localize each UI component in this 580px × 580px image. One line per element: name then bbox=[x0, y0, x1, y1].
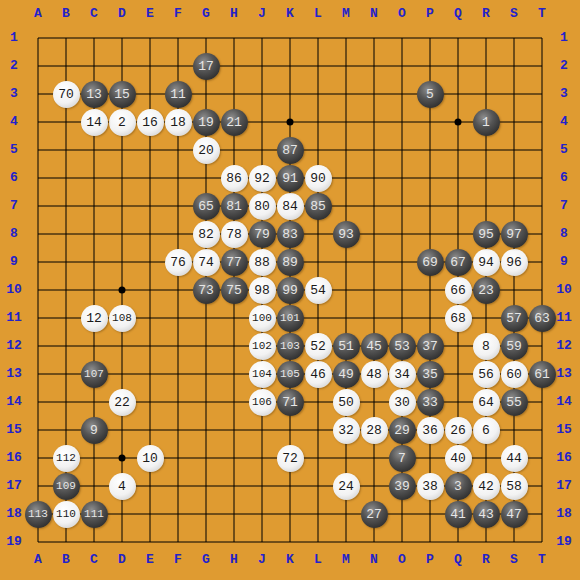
move-number: 16 bbox=[142, 109, 158, 136]
stone-white-C4: 14 bbox=[81, 109, 108, 136]
move-number: 88 bbox=[254, 249, 270, 276]
stone-white-G9: 74 bbox=[193, 249, 220, 276]
move-number: 49 bbox=[338, 361, 354, 388]
move-number: 12 bbox=[86, 305, 102, 332]
stone-black-P14: 33 bbox=[417, 389, 444, 416]
move-number: 44 bbox=[506, 445, 522, 472]
stone-white-D14: 22 bbox=[109, 389, 136, 416]
move-number: 14 bbox=[86, 109, 102, 136]
stone-white-J14: 106 bbox=[249, 389, 276, 416]
move-number: 68 bbox=[450, 305, 466, 332]
stone-black-A18: 113 bbox=[25, 501, 52, 528]
move-number: 4 bbox=[118, 473, 126, 500]
stone-black-K9: 89 bbox=[277, 249, 304, 276]
move-number: 50 bbox=[338, 389, 354, 416]
move-number: 97 bbox=[506, 221, 522, 248]
col-label-H: H bbox=[220, 6, 248, 22]
move-number: 102 bbox=[252, 333, 272, 360]
move-number: 34 bbox=[394, 361, 410, 388]
stone-white-K16: 72 bbox=[277, 445, 304, 472]
stone-white-K7: 84 bbox=[277, 193, 304, 220]
move-number: 26 bbox=[450, 417, 466, 444]
stone-black-N12: 45 bbox=[361, 333, 388, 360]
stone-white-J13: 104 bbox=[249, 361, 276, 388]
move-number: 64 bbox=[478, 389, 494, 416]
move-number: 59 bbox=[506, 333, 522, 360]
col-label-S: S bbox=[500, 6, 528, 22]
stone-black-R4: 1 bbox=[473, 109, 500, 136]
move-number: 108 bbox=[112, 305, 132, 332]
move-number: 75 bbox=[226, 277, 242, 304]
stone-black-K10: 99 bbox=[277, 277, 304, 304]
stone-black-P3: 5 bbox=[417, 81, 444, 108]
move-number: 51 bbox=[338, 333, 354, 360]
col-label-B: B bbox=[52, 6, 80, 22]
move-number: 104 bbox=[252, 361, 272, 388]
stone-black-K8: 83 bbox=[277, 221, 304, 248]
stone-white-B18: 110 bbox=[53, 501, 80, 528]
move-number: 105 bbox=[280, 361, 300, 388]
col-label-K: K bbox=[276, 6, 304, 22]
stone-black-H9: 77 bbox=[221, 249, 248, 276]
move-number: 2 bbox=[118, 109, 126, 136]
stone-black-P13: 35 bbox=[417, 361, 444, 388]
stone-black-G2: 17 bbox=[193, 53, 220, 80]
stone-white-R17: 42 bbox=[473, 473, 500, 500]
stone-white-R12: 8 bbox=[473, 333, 500, 360]
move-number: 99 bbox=[282, 277, 298, 304]
move-number: 79 bbox=[254, 221, 270, 248]
move-number: 74 bbox=[198, 249, 214, 276]
stone-white-R9: 94 bbox=[473, 249, 500, 276]
stone-white-O14: 30 bbox=[389, 389, 416, 416]
stone-white-R15: 6 bbox=[473, 417, 500, 444]
stone-black-H10: 75 bbox=[221, 277, 248, 304]
stone-white-Q16: 40 bbox=[445, 445, 472, 472]
stone-white-J11: 100 bbox=[249, 305, 276, 332]
move-number: 110 bbox=[56, 501, 76, 528]
stone-black-S18: 47 bbox=[501, 501, 528, 528]
move-number: 76 bbox=[170, 249, 186, 276]
move-number: 80 bbox=[254, 193, 270, 220]
stone-black-Q9: 67 bbox=[445, 249, 472, 276]
stone-black-Q18: 41 bbox=[445, 501, 472, 528]
stone-black-S8: 97 bbox=[501, 221, 528, 248]
stone-black-B17: 109 bbox=[53, 473, 80, 500]
col-label-R: R bbox=[472, 6, 500, 22]
move-number: 84 bbox=[282, 193, 298, 220]
move-number: 61 bbox=[534, 361, 550, 388]
move-number: 85 bbox=[310, 193, 326, 220]
col-label-P: P bbox=[416, 6, 444, 22]
stone-white-R13: 56 bbox=[473, 361, 500, 388]
move-number: 20 bbox=[198, 137, 214, 164]
stone-black-J8: 79 bbox=[249, 221, 276, 248]
move-number: 66 bbox=[450, 277, 466, 304]
stone-black-G10: 73 bbox=[193, 277, 220, 304]
move-number: 95 bbox=[478, 221, 494, 248]
stone-white-J10: 98 bbox=[249, 277, 276, 304]
stone-white-J7: 80 bbox=[249, 193, 276, 220]
move-number: 81 bbox=[226, 193, 242, 220]
move-number: 109 bbox=[56, 473, 76, 500]
stone-white-L6: 90 bbox=[305, 165, 332, 192]
col-label-L: L bbox=[304, 6, 332, 22]
stone-white-B3: 70 bbox=[53, 81, 80, 108]
move-number: 53 bbox=[394, 333, 410, 360]
stone-black-C18: 111 bbox=[81, 501, 108, 528]
stone-black-O12: 53 bbox=[389, 333, 416, 360]
move-number: 91 bbox=[282, 165, 298, 192]
move-number: 54 bbox=[310, 277, 326, 304]
move-number: 111 bbox=[84, 501, 104, 528]
col-label-M: M bbox=[332, 6, 360, 22]
stone-black-M8: 93 bbox=[333, 221, 360, 248]
stone-black-L7: 85 bbox=[305, 193, 332, 220]
move-number: 38 bbox=[422, 473, 438, 500]
move-number: 30 bbox=[394, 389, 410, 416]
stone-white-Q15: 26 bbox=[445, 417, 472, 444]
col-label-D: D bbox=[108, 6, 136, 22]
stone-white-J12: 102 bbox=[249, 333, 276, 360]
stone-black-R8: 95 bbox=[473, 221, 500, 248]
stone-black-C3: 13 bbox=[81, 81, 108, 108]
move-number: 112 bbox=[56, 445, 76, 472]
move-number: 13 bbox=[86, 81, 102, 108]
stone-white-N15: 28 bbox=[361, 417, 388, 444]
stone-black-K12: 103 bbox=[277, 333, 304, 360]
col-label-Q: Q bbox=[444, 6, 472, 22]
col-label-N: N bbox=[360, 6, 388, 22]
move-number: 86 bbox=[226, 165, 242, 192]
move-number: 48 bbox=[366, 361, 382, 388]
move-number: 96 bbox=[506, 249, 522, 276]
move-number: 58 bbox=[506, 473, 522, 500]
move-number: 41 bbox=[450, 501, 466, 528]
move-number: 35 bbox=[422, 361, 438, 388]
move-number: 5 bbox=[426, 81, 434, 108]
move-number: 70 bbox=[58, 81, 74, 108]
col-label-O: O bbox=[388, 6, 416, 22]
stone-white-R14: 64 bbox=[473, 389, 500, 416]
stone-black-M13: 49 bbox=[333, 361, 360, 388]
move-number: 36 bbox=[422, 417, 438, 444]
stone-black-F3: 11 bbox=[165, 81, 192, 108]
stone-black-K5: 87 bbox=[277, 137, 304, 164]
col-label-F: F bbox=[164, 6, 192, 22]
move-number: 113 bbox=[28, 501, 48, 528]
stone-black-S11: 57 bbox=[501, 305, 528, 332]
stone-white-E4: 16 bbox=[137, 109, 164, 136]
stone-black-N18: 27 bbox=[361, 501, 388, 528]
stone-white-N13: 48 bbox=[361, 361, 388, 388]
stone-white-P15: 36 bbox=[417, 417, 444, 444]
move-number: 33 bbox=[422, 389, 438, 416]
move-number: 107 bbox=[84, 361, 104, 388]
stone-black-C15: 9 bbox=[81, 417, 108, 444]
move-number: 37 bbox=[422, 333, 438, 360]
stone-black-K14: 71 bbox=[277, 389, 304, 416]
stone-white-M15: 32 bbox=[333, 417, 360, 444]
go-kifu-diagram: ABCDEFGHJKLMNOPQRST ABCDEFGHJKLMNOPQRST … bbox=[0, 0, 580, 580]
move-number: 67 bbox=[450, 249, 466, 276]
move-number: 32 bbox=[338, 417, 354, 444]
move-number: 77 bbox=[226, 249, 242, 276]
move-number: 42 bbox=[478, 473, 494, 500]
col-label-J: J bbox=[248, 6, 276, 22]
stone-black-K6: 91 bbox=[277, 165, 304, 192]
move-number: 28 bbox=[366, 417, 382, 444]
move-number: 18 bbox=[170, 109, 186, 136]
stone-black-R10: 23 bbox=[473, 277, 500, 304]
stone-white-H6: 86 bbox=[221, 165, 248, 192]
go-board-grid[interactable]: 1234567891011121314151617181920212223242… bbox=[24, 24, 556, 556]
move-number: 94 bbox=[478, 249, 494, 276]
move-number: 69 bbox=[422, 249, 438, 276]
move-number: 92 bbox=[254, 165, 270, 192]
stone-white-D4: 2 bbox=[109, 109, 136, 136]
stone-white-S16: 44 bbox=[501, 445, 528, 472]
move-number: 19 bbox=[198, 109, 214, 136]
stone-black-K13: 105 bbox=[277, 361, 304, 388]
move-number: 100 bbox=[252, 305, 272, 332]
stone-black-M12: 51 bbox=[333, 333, 360, 360]
stone-white-G5: 20 bbox=[193, 137, 220, 164]
move-number: 24 bbox=[338, 473, 354, 500]
stone-white-M17: 24 bbox=[333, 473, 360, 500]
stone-black-G4: 19 bbox=[193, 109, 220, 136]
move-number: 11 bbox=[170, 81, 186, 108]
move-number: 9 bbox=[90, 417, 98, 444]
stone-black-O15: 29 bbox=[389, 417, 416, 444]
stone-white-M14: 50 bbox=[333, 389, 360, 416]
move-number: 27 bbox=[366, 501, 382, 528]
stone-black-O16: 7 bbox=[389, 445, 416, 472]
stone-white-E16: 10 bbox=[137, 445, 164, 472]
move-number: 90 bbox=[310, 165, 326, 192]
move-number: 29 bbox=[394, 417, 410, 444]
stone-black-D3: 15 bbox=[109, 81, 136, 108]
move-number: 57 bbox=[506, 305, 522, 332]
move-number: 39 bbox=[394, 473, 410, 500]
move-number: 17 bbox=[198, 53, 214, 80]
move-number: 73 bbox=[198, 277, 214, 304]
stone-black-K11: 101 bbox=[277, 305, 304, 332]
stone-white-H8: 78 bbox=[221, 221, 248, 248]
stone-white-J9: 88 bbox=[249, 249, 276, 276]
move-number: 3 bbox=[454, 473, 462, 500]
stone-black-C13: 107 bbox=[81, 361, 108, 388]
move-number: 7 bbox=[398, 445, 406, 472]
move-number: 52 bbox=[310, 333, 326, 360]
stone-white-B16: 112 bbox=[53, 445, 80, 472]
move-number: 93 bbox=[338, 221, 354, 248]
stone-black-H7: 81 bbox=[221, 193, 248, 220]
stone-black-S14: 55 bbox=[501, 389, 528, 416]
move-number: 65 bbox=[198, 193, 214, 220]
move-number: 22 bbox=[114, 389, 130, 416]
stone-black-G7: 65 bbox=[193, 193, 220, 220]
stone-white-C11: 12 bbox=[81, 305, 108, 332]
stone-white-O13: 34 bbox=[389, 361, 416, 388]
stone-white-L10: 54 bbox=[305, 277, 332, 304]
move-number: 101 bbox=[280, 305, 300, 332]
stone-black-O17: 39 bbox=[389, 473, 416, 500]
stone-white-S17: 58 bbox=[501, 473, 528, 500]
move-number: 21 bbox=[226, 109, 242, 136]
move-number: 45 bbox=[366, 333, 382, 360]
stone-white-S9: 96 bbox=[501, 249, 528, 276]
stone-white-L13: 46 bbox=[305, 361, 332, 388]
stone-black-T13: 61 bbox=[529, 361, 556, 388]
move-number: 106 bbox=[252, 389, 272, 416]
col-label-E: E bbox=[136, 6, 164, 22]
stone-white-L12: 52 bbox=[305, 333, 332, 360]
move-number: 63 bbox=[534, 305, 550, 332]
col-label-G: G bbox=[192, 6, 220, 22]
stone-black-T11: 63 bbox=[529, 305, 556, 332]
col-label-T: T bbox=[528, 6, 556, 22]
stone-white-D17: 4 bbox=[109, 473, 136, 500]
stone-white-F9: 76 bbox=[165, 249, 192, 276]
move-number: 46 bbox=[310, 361, 326, 388]
move-number: 87 bbox=[282, 137, 298, 164]
move-number: 23 bbox=[478, 277, 494, 304]
move-number: 10 bbox=[142, 445, 158, 472]
stone-white-D11: 108 bbox=[109, 305, 136, 332]
move-number: 47 bbox=[506, 501, 522, 528]
stone-black-P12: 37 bbox=[417, 333, 444, 360]
move-number: 78 bbox=[226, 221, 242, 248]
stone-white-P17: 38 bbox=[417, 473, 444, 500]
stone-black-H4: 21 bbox=[221, 109, 248, 136]
move-number: 6 bbox=[482, 417, 490, 444]
move-number: 72 bbox=[282, 445, 298, 472]
move-number: 43 bbox=[478, 501, 494, 528]
move-number: 56 bbox=[478, 361, 494, 388]
move-number: 83 bbox=[282, 221, 298, 248]
move-number: 98 bbox=[254, 277, 270, 304]
move-number: 55 bbox=[506, 389, 522, 416]
move-number: 89 bbox=[282, 249, 298, 276]
move-number: 82 bbox=[198, 221, 214, 248]
move-number: 15 bbox=[114, 81, 130, 108]
col-label-C: C bbox=[80, 6, 108, 22]
stone-black-P9: 69 bbox=[417, 249, 444, 276]
stone-white-F4: 18 bbox=[165, 109, 192, 136]
stone-black-S12: 59 bbox=[501, 333, 528, 360]
stone-black-Q17: 3 bbox=[445, 473, 472, 500]
col-label-A: A bbox=[24, 6, 52, 22]
move-number: 8 bbox=[482, 333, 490, 360]
move-number: 60 bbox=[506, 361, 522, 388]
stone-black-R18: 43 bbox=[473, 501, 500, 528]
move-number: 1 bbox=[482, 109, 490, 136]
stone-white-G8: 82 bbox=[193, 221, 220, 248]
move-number: 71 bbox=[282, 389, 298, 416]
stone-white-Q11: 68 bbox=[445, 305, 472, 332]
stone-white-J6: 92 bbox=[249, 165, 276, 192]
coordinate-labels-top: ABCDEFGHJKLMNOPQRST bbox=[24, 6, 556, 22]
stone-white-S13: 60 bbox=[501, 361, 528, 388]
move-number: 103 bbox=[280, 333, 300, 360]
stone-white-Q10: 66 bbox=[445, 277, 472, 304]
move-number: 40 bbox=[450, 445, 466, 472]
